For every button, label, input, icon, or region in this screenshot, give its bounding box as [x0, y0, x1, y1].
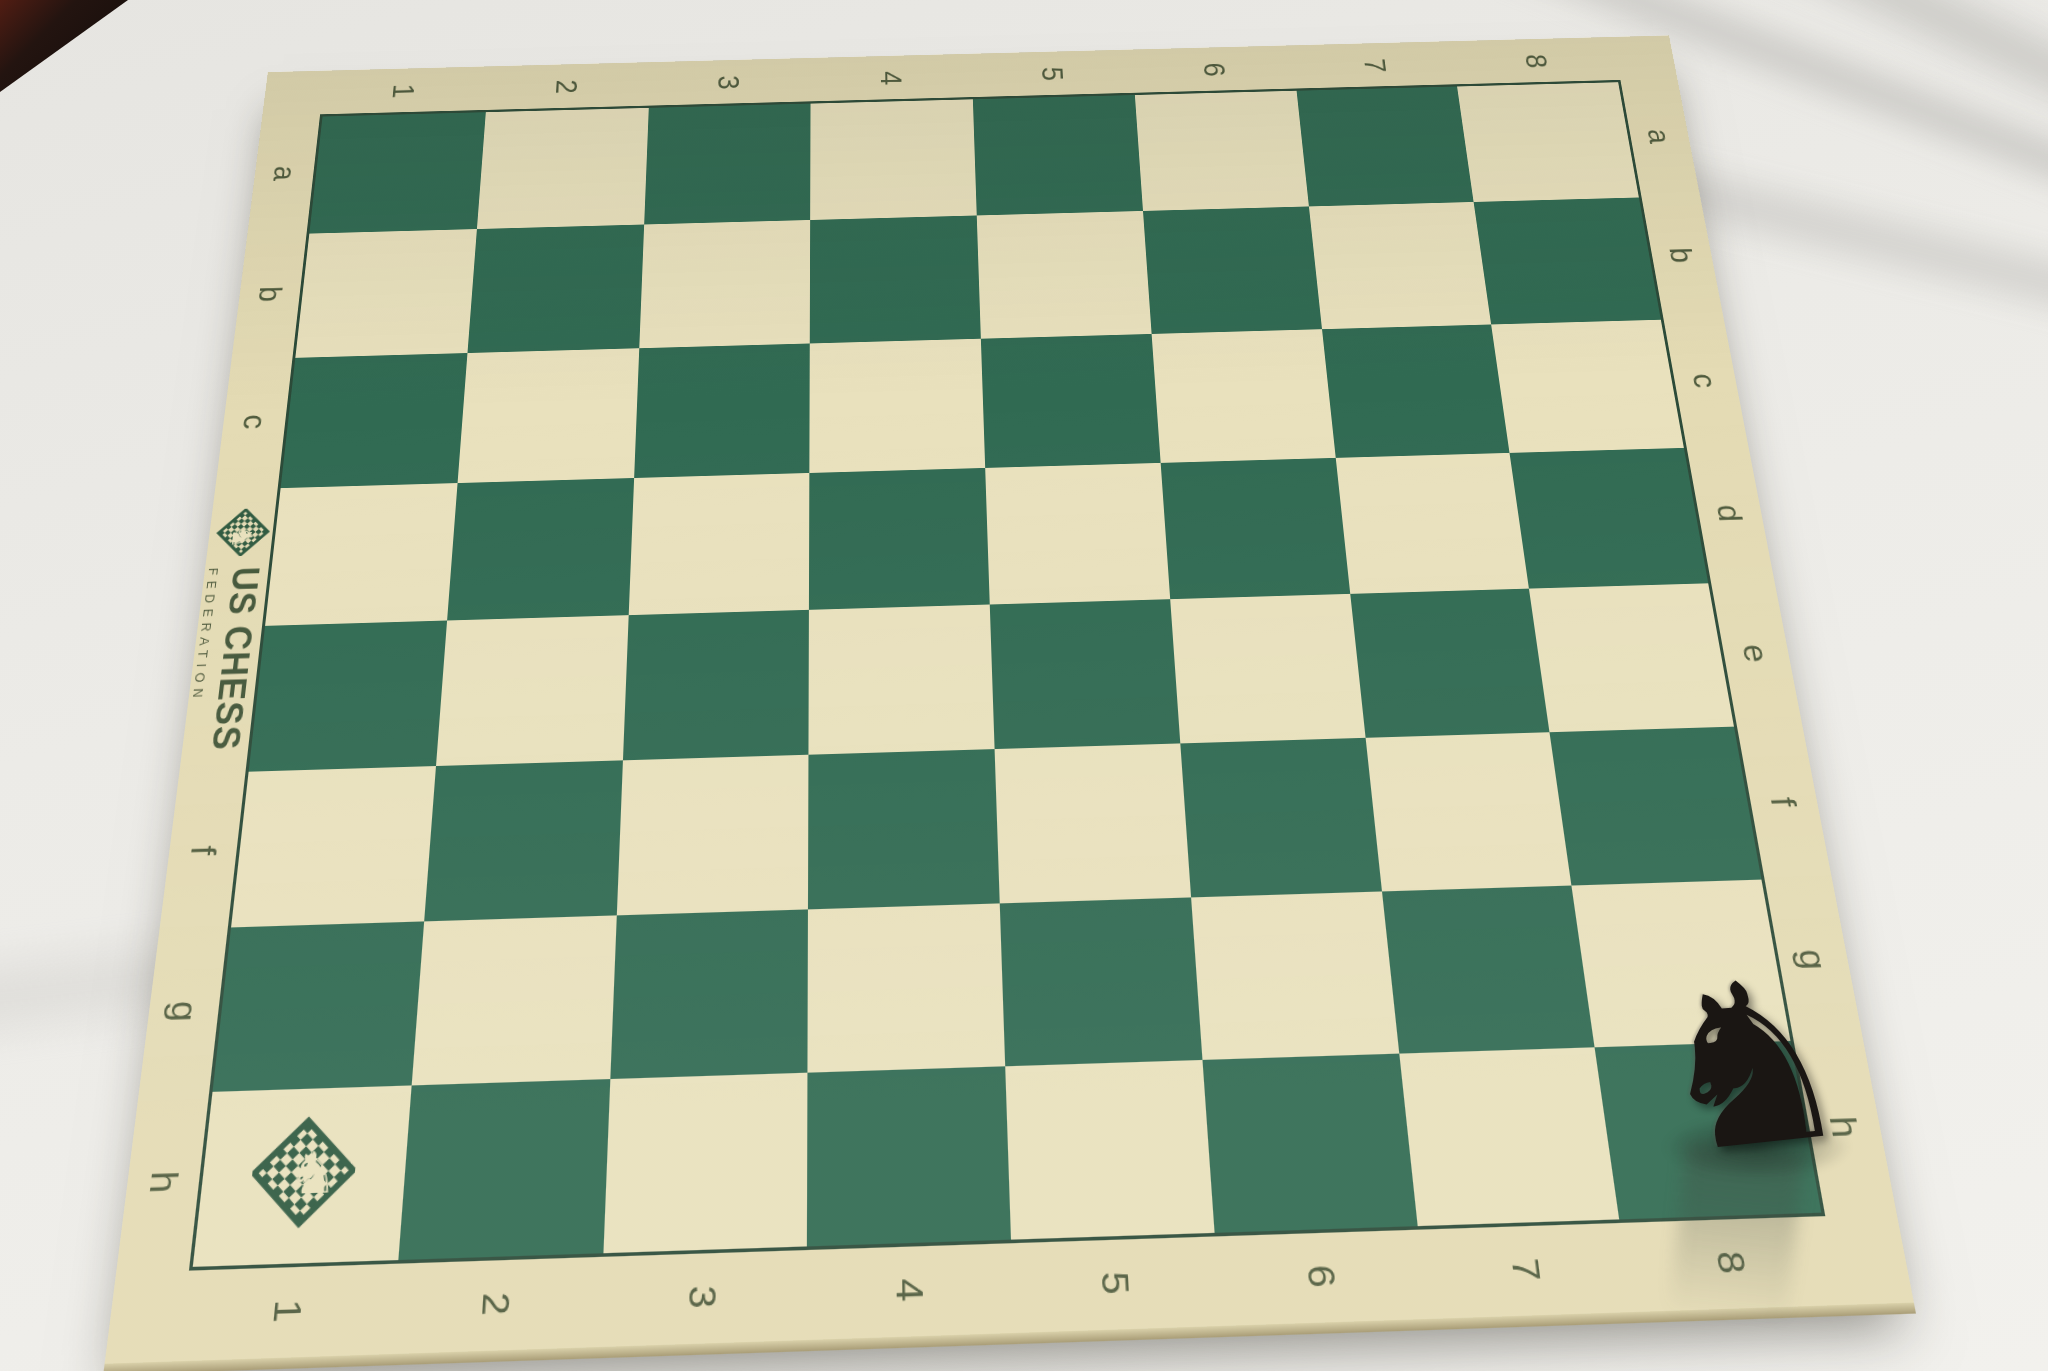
file-label-right-d: d [1651, 487, 1807, 540]
square-e5[interactable] [990, 599, 1180, 749]
square-c2[interactable] [457, 348, 638, 483]
black-knight-glyph: ♞ [1640, 944, 1863, 1188]
square-e3[interactable] [622, 610, 809, 761]
square-c6[interactable] [1151, 329, 1335, 463]
square-c3[interactable] [634, 343, 810, 478]
vinyl-chessboard: 12345678 12345678 abcfgh abcdefgh ♞ US C… [105, 35, 1914, 1363]
uschess-crest-icon: ♞ [212, 508, 275, 557]
square-g2[interactable] [411, 915, 616, 1085]
square-b3[interactable] [639, 220, 811, 348]
square-c7[interactable] [1321, 324, 1509, 458]
square-f3[interactable] [616, 755, 808, 915]
file-label-left-a: a [212, 150, 355, 197]
rank-label-top-4: 4 [867, 11, 915, 148]
black-knight-piece[interactable]: ♞ [1636, 924, 1865, 1188]
square-b5[interactable] [977, 211, 1152, 338]
uschess-wordmark: US CHESS FEDERATION [183, 566, 267, 752]
square-d7[interactable] [1335, 453, 1529, 594]
rank-label-bottom-5: 5 [1079, 1174, 1154, 1371]
square-f4[interactable] [808, 749, 999, 909]
square-e2[interactable] [436, 615, 628, 766]
file-label-left-h: h [74, 1147, 251, 1218]
square-f5[interactable] [995, 744, 1191, 903]
square-b2[interactable] [467, 225, 643, 353]
square-f2[interactable] [424, 761, 622, 921]
square-g4[interactable] [808, 903, 1005, 1073]
rank-label-bottom-4: 4 [877, 1181, 944, 1371]
square-g7[interactable] [1381, 885, 1594, 1053]
rank-label-top-5: 5 [1027, 7, 1080, 144]
board-grid: ♞ [189, 80, 1825, 1271]
file-label-right-f: f [1700, 772, 1866, 831]
square-d2[interactable] [447, 478, 634, 621]
rank-label-top-3: 3 [704, 15, 753, 152]
square-d4[interactable] [809, 468, 990, 610]
square-g3[interactable] [610, 909, 808, 1079]
square-g6[interactable] [1191, 891, 1399, 1060]
square-d3[interactable] [628, 473, 809, 615]
file-label-right-e: e [1675, 626, 1836, 682]
square-c4[interactable] [810, 338, 986, 472]
table-corner-shadow [0, 0, 128, 92]
file-label-left-f: f [120, 819, 286, 882]
file-label-left-b: b [196, 269, 343, 319]
square-e7[interactable] [1350, 589, 1550, 738]
rank-label-top-2: 2 [539, 19, 594, 156]
square-d6[interactable] [1160, 458, 1349, 600]
square-b4[interactable] [810, 216, 981, 343]
svg-text:♞: ♞ [224, 525, 259, 549]
square-e6[interactable] [1170, 594, 1365, 744]
square-f7[interactable] [1365, 732, 1571, 890]
file-label-right-b: b [1607, 232, 1755, 280]
uschess-crest-icon: ♞ [208, 508, 275, 557]
file-label-right-a: a [1587, 114, 1731, 159]
square-d5[interactable] [985, 463, 1170, 605]
square-g5[interactable] [1000, 897, 1202, 1066]
square-e4[interactable] [809, 604, 995, 754]
square-b6[interactable] [1143, 207, 1322, 334]
square-c5[interactable] [981, 334, 1161, 468]
file-label-left-g: g [98, 978, 269, 1045]
square-b7[interactable] [1308, 202, 1491, 329]
file-label-right-c: c [1629, 356, 1781, 406]
square-f6[interactable] [1180, 738, 1381, 897]
photo-scene: 12345678 12345678 abcfgh abcdefgh ♞ US C… [0, 0, 2048, 1371]
file-label-left-c: c [178, 396, 330, 449]
svg-text:♞: ♞ [286, 1139, 342, 1208]
rank-label-bottom-3: 3 [668, 1188, 737, 1371]
